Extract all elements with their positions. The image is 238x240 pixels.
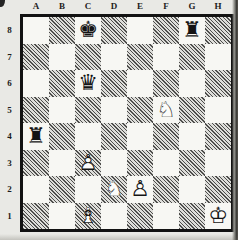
- rank-label-8: 8: [0, 17, 19, 44]
- file-label-b: B: [49, 0, 75, 13]
- rank-label-5: 5: [0, 97, 19, 124]
- rank-label-7: 7: [0, 44, 19, 71]
- square-a4[interactable]: ♜: [23, 123, 49, 150]
- file-label-f: F: [153, 0, 179, 13]
- scanned-page: ABCDEFGH 87654321 ♚♜♛♞♘♜♟♙♞♘♟♙♝♗♚♔: [0, 0, 238, 240]
- square-g2[interactable]: [179, 176, 205, 203]
- queen-icon: ♛: [75, 70, 101, 97]
- page-corner-mark: [0, 0, 5, 7]
- page-edge-shadow: [232, 0, 238, 240]
- piece-white-bishop[interactable]: ♝♗: [75, 203, 101, 230]
- square-b2[interactable]: [49, 176, 75, 203]
- file-labels: ABCDEFGH: [23, 0, 231, 13]
- rank-labels: 87654321: [0, 17, 19, 229]
- square-b7[interactable]: [49, 44, 75, 71]
- pawn-icon: ♙: [127, 176, 153, 203]
- square-e5[interactable]: [127, 97, 153, 124]
- square-a8[interactable]: [23, 17, 49, 44]
- piece-white-knight[interactable]: ♞♘: [101, 176, 127, 203]
- rank-label-2: 2: [0, 176, 19, 203]
- square-c1[interactable]: ♝♗: [75, 203, 101, 230]
- king-icon: ♔: [205, 203, 231, 230]
- square-h6[interactable]: [205, 70, 231, 97]
- square-a2[interactable]: [23, 176, 49, 203]
- square-g3[interactable]: [179, 150, 205, 177]
- square-c4[interactable]: [75, 123, 101, 150]
- piece-black-rook[interactable]: ♜: [179, 17, 205, 44]
- square-c7[interactable]: [75, 44, 101, 71]
- square-g6[interactable]: [179, 70, 205, 97]
- square-f2[interactable]: [153, 176, 179, 203]
- rank-label-4: 4: [0, 123, 19, 150]
- square-b8[interactable]: [49, 17, 75, 44]
- king-icon: ♚: [75, 17, 101, 44]
- rank-label-3: 3: [0, 150, 19, 177]
- square-a1[interactable]: [23, 203, 49, 230]
- square-e6[interactable]: [127, 70, 153, 97]
- page-bottom-shade: [0, 234, 238, 240]
- square-h4[interactable]: [205, 123, 231, 150]
- file-label-e: E: [127, 0, 153, 13]
- bishop-icon: ♗: [75, 203, 101, 230]
- square-d7[interactable]: [101, 44, 127, 71]
- square-d2[interactable]: ♞♘: [101, 176, 127, 203]
- file-label-a: A: [23, 0, 49, 13]
- square-f1[interactable]: [153, 203, 179, 230]
- square-h5[interactable]: [205, 97, 231, 124]
- rook-icon: ♜: [179, 17, 205, 44]
- square-c3[interactable]: ♟♙: [75, 150, 101, 177]
- square-a7[interactable]: [23, 44, 49, 71]
- square-f7[interactable]: [153, 44, 179, 71]
- square-b1[interactable]: [49, 203, 75, 230]
- knight-icon: ♘: [101, 176, 127, 203]
- square-b3[interactable]: [49, 150, 75, 177]
- square-b6[interactable]: [49, 70, 75, 97]
- square-f3[interactable]: [153, 150, 179, 177]
- rook-icon: ♜: [23, 123, 49, 150]
- square-f5[interactable]: ♞♘: [153, 97, 179, 124]
- square-h8[interactable]: [205, 17, 231, 44]
- square-e4[interactable]: [127, 123, 153, 150]
- rank-label-6: 6: [0, 70, 19, 97]
- square-b5[interactable]: [49, 97, 75, 124]
- piece-white-pawn[interactable]: ♟♙: [127, 176, 153, 203]
- file-label-h: H: [205, 0, 231, 13]
- square-h1[interactable]: ♚♔: [205, 203, 231, 230]
- square-d6[interactable]: [101, 70, 127, 97]
- square-h2[interactable]: [205, 176, 231, 203]
- square-c5[interactable]: [75, 97, 101, 124]
- square-g8[interactable]: ♜: [179, 17, 205, 44]
- piece-white-king[interactable]: ♚♔: [205, 203, 231, 230]
- square-g1[interactable]: [179, 203, 205, 230]
- piece-black-rook[interactable]: ♜: [23, 123, 49, 150]
- file-label-c: C: [75, 0, 101, 13]
- piece-black-queen[interactable]: ♛: [75, 70, 101, 97]
- square-d5[interactable]: [101, 97, 127, 124]
- square-e8[interactable]: [127, 17, 153, 44]
- square-e1[interactable]: [127, 203, 153, 230]
- square-h7[interactable]: [205, 44, 231, 71]
- square-d1[interactable]: [101, 203, 127, 230]
- square-g4[interactable]: [179, 123, 205, 150]
- square-a3[interactable]: [23, 150, 49, 177]
- rank-label-1: 1: [0, 203, 19, 230]
- square-e3[interactable]: [127, 150, 153, 177]
- square-c2[interactable]: [75, 176, 101, 203]
- square-a5[interactable]: [23, 97, 49, 124]
- square-h3[interactable]: [205, 150, 231, 177]
- square-c6[interactable]: ♛: [75, 70, 101, 97]
- square-c8[interactable]: ♚: [75, 17, 101, 44]
- chess-board: ♚♜♛♞♘♜♟♙♞♘♟♙♝♗♚♔: [20, 14, 234, 232]
- square-g5[interactable]: [179, 97, 205, 124]
- square-f8[interactable]: [153, 17, 179, 44]
- square-b4[interactable]: [49, 123, 75, 150]
- pawn-icon: ♙: [75, 150, 101, 177]
- square-d8[interactable]: [101, 17, 127, 44]
- knight-icon: ♘: [153, 97, 179, 124]
- file-label-d: D: [101, 0, 127, 13]
- square-d4[interactable]: [101, 123, 127, 150]
- piece-black-king[interactable]: ♚: [75, 17, 101, 44]
- file-label-g: G: [179, 0, 205, 13]
- square-g7[interactable]: [179, 44, 205, 71]
- square-d3[interactable]: [101, 150, 127, 177]
- square-e2[interactable]: ♟♙: [127, 176, 153, 203]
- square-a6[interactable]: [23, 70, 49, 97]
- square-e7[interactable]: [127, 44, 153, 71]
- square-f6[interactable]: [153, 70, 179, 97]
- square-f4[interactable]: [153, 123, 179, 150]
- piece-white-knight[interactable]: ♞♘: [153, 97, 179, 124]
- piece-white-pawn[interactable]: ♟♙: [75, 150, 101, 177]
